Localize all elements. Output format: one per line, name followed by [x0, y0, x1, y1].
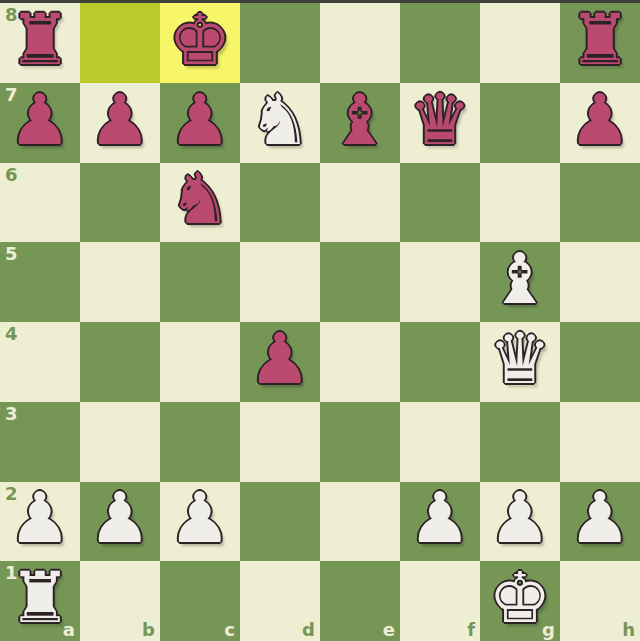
piece-black-rook[interactable]: ♜ — [569, 5, 632, 75]
square-b6[interactable] — [80, 163, 160, 243]
square-h6[interactable] — [560, 163, 640, 243]
piece-white-pawn[interactable]: ♟ — [169, 483, 232, 553]
piece-white-bishop[interactable]: ♝ — [489, 244, 552, 314]
piece-black-rook[interactable]: ♜ — [9, 5, 72, 75]
square-h5[interactable] — [560, 242, 640, 322]
square-f2[interactable]: ♟ — [400, 482, 480, 562]
piece-black-queen[interactable]: ♛ — [409, 85, 472, 155]
square-h4[interactable] — [560, 322, 640, 402]
square-e4[interactable] — [320, 322, 400, 402]
piece-white-queen[interactable]: ♛ — [489, 324, 552, 394]
piece-white-pawn[interactable]: ♟ — [89, 483, 152, 553]
square-b4[interactable] — [80, 322, 160, 402]
square-a1[interactable]: 1a♜ — [0, 561, 80, 641]
square-g7[interactable] — [480, 83, 560, 163]
square-e1[interactable]: e — [320, 561, 400, 641]
piece-black-pawn[interactable]: ♟ — [249, 324, 312, 394]
rank-label-1: 1 — [5, 564, 18, 582]
square-h2[interactable]: ♟ — [560, 482, 640, 562]
square-a7[interactable]: 7♟ — [0, 83, 80, 163]
square-b2[interactable]: ♟ — [80, 482, 160, 562]
square-e3[interactable] — [320, 402, 400, 482]
file-label-e: e — [383, 621, 395, 639]
rank-label-2: 2 — [5, 485, 18, 503]
square-e8[interactable] — [320, 3, 400, 83]
piece-white-pawn[interactable]: ♟ — [569, 483, 632, 553]
file-label-g: g — [542, 621, 555, 639]
piece-white-pawn[interactable]: ♟ — [409, 483, 472, 553]
piece-white-pawn[interactable]: ♟ — [9, 483, 72, 553]
piece-black-pawn[interactable]: ♟ — [569, 85, 632, 155]
square-g4[interactable]: ♛ — [480, 322, 560, 402]
square-e6[interactable] — [320, 163, 400, 243]
rank-label-8: 8 — [5, 6, 18, 24]
piece-black-knight[interactable]: ♞ — [169, 164, 232, 234]
rank-label-6: 6 — [5, 166, 18, 184]
square-g1[interactable]: g♚ — [480, 561, 560, 641]
square-h8[interactable]: ♜ — [560, 3, 640, 83]
file-label-h: h — [622, 621, 635, 639]
piece-black-pawn[interactable]: ♟ — [9, 85, 72, 155]
square-f6[interactable] — [400, 163, 480, 243]
piece-white-knight[interactable]: ♞ — [249, 85, 312, 155]
rank-label-5: 5 — [5, 245, 18, 263]
rank-label-3: 3 — [5, 405, 18, 423]
square-g5[interactable]: ♝ — [480, 242, 560, 322]
square-c7[interactable]: ♟ — [160, 83, 240, 163]
square-h3[interactable] — [560, 402, 640, 482]
square-e2[interactable] — [320, 482, 400, 562]
square-b5[interactable] — [80, 242, 160, 322]
square-d7[interactable]: ♞ — [240, 83, 320, 163]
square-d1[interactable]: d — [240, 561, 320, 641]
square-c4[interactable] — [160, 322, 240, 402]
square-d3[interactable] — [240, 402, 320, 482]
square-f5[interactable] — [400, 242, 480, 322]
square-g2[interactable]: ♟ — [480, 482, 560, 562]
square-e5[interactable] — [320, 242, 400, 322]
file-label-a: a — [63, 621, 75, 639]
square-a2[interactable]: 2♟ — [0, 482, 80, 562]
chess-app-window: 8♜♚♜7♟♟♟♞♝♛♟6♞5♝4♟♛32♟♟♟♟♟♟1a♜bcdefg♚h — [0, 0, 640, 641]
rank-label-4: 4 — [5, 325, 18, 343]
square-a3[interactable]: 3 — [0, 402, 80, 482]
square-d5[interactable] — [240, 242, 320, 322]
square-c6[interactable]: ♞ — [160, 163, 240, 243]
square-d4[interactable]: ♟ — [240, 322, 320, 402]
piece-white-pawn[interactable]: ♟ — [489, 483, 552, 553]
square-a5[interactable]: 5 — [0, 242, 80, 322]
file-label-c: c — [224, 621, 235, 639]
square-f8[interactable] — [400, 3, 480, 83]
square-c5[interactable] — [160, 242, 240, 322]
square-g8[interactable] — [480, 3, 560, 83]
square-c3[interactable] — [160, 402, 240, 482]
square-h1[interactable]: h — [560, 561, 640, 641]
square-a6[interactable]: 6 — [0, 163, 80, 243]
file-label-d: d — [302, 621, 315, 639]
square-e7[interactable]: ♝ — [320, 83, 400, 163]
piece-black-bishop[interactable]: ♝ — [329, 85, 392, 155]
square-f4[interactable] — [400, 322, 480, 402]
file-label-f: f — [467, 621, 475, 639]
square-d2[interactable] — [240, 482, 320, 562]
square-a8[interactable]: 8♜ — [0, 3, 80, 83]
chess-board: 8♜♚♜7♟♟♟♞♝♛♟6♞5♝4♟♛32♟♟♟♟♟♟1a♜bcdefg♚h — [0, 3, 640, 641]
square-b8[interactable] — [80, 3, 160, 83]
piece-black-pawn[interactable]: ♟ — [169, 85, 232, 155]
square-b7[interactable]: ♟ — [80, 83, 160, 163]
square-c1[interactable]: c — [160, 561, 240, 641]
square-b3[interactable] — [80, 402, 160, 482]
square-b1[interactable]: b — [80, 561, 160, 641]
square-g3[interactable] — [480, 402, 560, 482]
square-c8[interactable]: ♚ — [160, 3, 240, 83]
square-d6[interactable] — [240, 163, 320, 243]
piece-black-pawn[interactable]: ♟ — [89, 85, 152, 155]
square-f7[interactable]: ♛ — [400, 83, 480, 163]
piece-black-king[interactable]: ♚ — [169, 5, 232, 75]
square-a4[interactable]: 4 — [0, 322, 80, 402]
file-label-b: b — [142, 621, 155, 639]
square-g6[interactable] — [480, 163, 560, 243]
square-h7[interactable]: ♟ — [560, 83, 640, 163]
square-f3[interactable] — [400, 402, 480, 482]
rank-label-7: 7 — [5, 86, 18, 104]
square-d8[interactable] — [240, 3, 320, 83]
square-c2[interactable]: ♟ — [160, 482, 240, 562]
square-f1[interactable]: f — [400, 561, 480, 641]
